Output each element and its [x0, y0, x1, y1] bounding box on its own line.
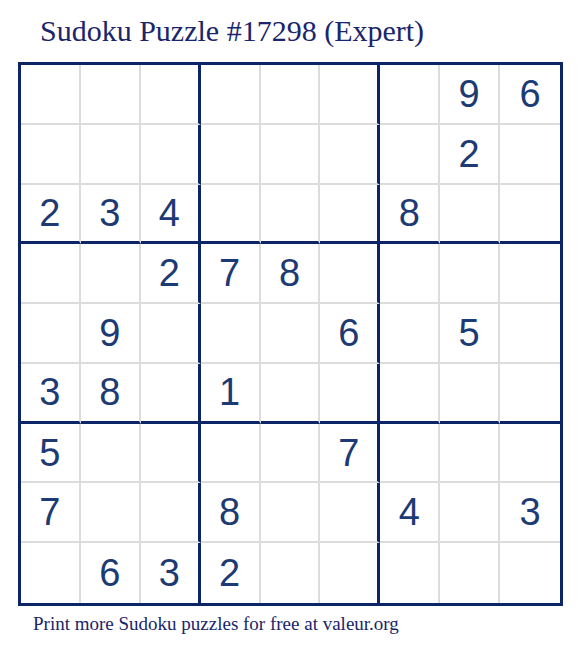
cell-r1c4[interactable] — [201, 65, 261, 125]
cell-r5c8[interactable]: 5 — [440, 304, 500, 364]
cell-r8c9[interactable]: 3 — [500, 483, 560, 543]
cell-r4c2[interactable] — [81, 244, 141, 304]
cell-r3c7[interactable]: 8 — [380, 185, 440, 245]
cell-r3c6[interactable] — [320, 185, 380, 245]
cell-r2c7[interactable] — [380, 125, 440, 185]
cell-r9c4[interactable]: 2 — [201, 543, 261, 603]
cell-r2c6[interactable] — [320, 125, 380, 185]
cell-r3c2[interactable]: 3 — [81, 185, 141, 245]
footer-text: Print more Sudoku puzzles for free at va… — [33, 613, 399, 635]
cell-r2c5[interactable] — [261, 125, 321, 185]
cell-r4c1[interactable] — [21, 244, 81, 304]
cell-r4c4[interactable]: 7 — [201, 244, 261, 304]
page-title: Sudoku Puzzle #17298 (Expert) — [40, 14, 424, 48]
cell-r1c2[interactable] — [81, 65, 141, 125]
cell-r8c5[interactable] — [261, 483, 321, 543]
cell-r9c5[interactable] — [261, 543, 321, 603]
cell-r9c9[interactable] — [500, 543, 560, 603]
cell-r1c8[interactable]: 9 — [440, 65, 500, 125]
cell-r3c9[interactable] — [500, 185, 560, 245]
cell-r6c6[interactable] — [320, 364, 380, 424]
cell-r3c4[interactable] — [201, 185, 261, 245]
cell-r3c5[interactable] — [261, 185, 321, 245]
cell-r5c4[interactable] — [201, 304, 261, 364]
cell-r5c1[interactable] — [21, 304, 81, 364]
cell-r4c9[interactable] — [500, 244, 560, 304]
cell-r1c7[interactable] — [380, 65, 440, 125]
cell-r8c8[interactable] — [440, 483, 500, 543]
cell-r7c9[interactable] — [500, 424, 560, 484]
cell-r9c3[interactable]: 3 — [141, 543, 201, 603]
cell-r5c6[interactable]: 6 — [320, 304, 380, 364]
cell-r7c3[interactable] — [141, 424, 201, 484]
cell-r4c3[interactable]: 2 — [141, 244, 201, 304]
cell-r5c9[interactable] — [500, 304, 560, 364]
cell-r4c5[interactable]: 8 — [261, 244, 321, 304]
cell-r5c7[interactable] — [380, 304, 440, 364]
cell-r3c3[interactable]: 4 — [141, 185, 201, 245]
cell-r9c6[interactable] — [320, 543, 380, 603]
cell-r7c4[interactable] — [201, 424, 261, 484]
cell-r1c3[interactable] — [141, 65, 201, 125]
cell-r7c2[interactable] — [81, 424, 141, 484]
cell-r5c3[interactable] — [141, 304, 201, 364]
cell-r2c8[interactable]: 2 — [440, 125, 500, 185]
cell-r9c8[interactable] — [440, 543, 500, 603]
cell-r6c3[interactable] — [141, 364, 201, 424]
cell-r2c9[interactable] — [500, 125, 560, 185]
cell-r3c8[interactable] — [440, 185, 500, 245]
cell-r8c1[interactable]: 7 — [21, 483, 81, 543]
cell-r9c7[interactable] — [380, 543, 440, 603]
cell-r9c1[interactable] — [21, 543, 81, 603]
cell-r7c5[interactable] — [261, 424, 321, 484]
cell-r2c1[interactable] — [21, 125, 81, 185]
cell-r4c8[interactable] — [440, 244, 500, 304]
cell-r7c6[interactable]: 7 — [320, 424, 380, 484]
cell-r6c7[interactable] — [380, 364, 440, 424]
cell-r5c2[interactable]: 9 — [81, 304, 141, 364]
cell-r2c3[interactable] — [141, 125, 201, 185]
cell-r6c8[interactable] — [440, 364, 500, 424]
cell-r7c1[interactable]: 5 — [21, 424, 81, 484]
cell-r4c7[interactable] — [380, 244, 440, 304]
cell-r8c2[interactable] — [81, 483, 141, 543]
cell-r1c1[interactable] — [21, 65, 81, 125]
cell-r6c5[interactable] — [261, 364, 321, 424]
cell-r8c3[interactable] — [141, 483, 201, 543]
cell-r8c7[interactable]: 4 — [380, 483, 440, 543]
sudoku-grid: 9622348278965381577843632 — [18, 62, 563, 606]
cell-r7c7[interactable] — [380, 424, 440, 484]
cell-r1c6[interactable] — [320, 65, 380, 125]
cell-r3c1[interactable]: 2 — [21, 185, 81, 245]
cell-r7c8[interactable] — [440, 424, 500, 484]
cell-r2c2[interactable] — [81, 125, 141, 185]
cell-r2c4[interactable] — [201, 125, 261, 185]
cell-r1c9[interactable]: 6 — [500, 65, 560, 125]
cell-r8c6[interactable] — [320, 483, 380, 543]
cell-r6c4[interactable]: 1 — [201, 364, 261, 424]
sudoku-page: Sudoku Puzzle #17298 (Expert) 9622348278… — [0, 0, 580, 651]
cell-r5c5[interactable] — [261, 304, 321, 364]
cell-r8c4[interactable]: 8 — [201, 483, 261, 543]
cell-r6c9[interactable] — [500, 364, 560, 424]
cell-r6c1[interactable]: 3 — [21, 364, 81, 424]
cell-r4c6[interactable] — [320, 244, 380, 304]
cell-r1c5[interactable] — [261, 65, 321, 125]
cell-r6c2[interactable]: 8 — [81, 364, 141, 424]
cell-r9c2[interactable]: 6 — [81, 543, 141, 603]
